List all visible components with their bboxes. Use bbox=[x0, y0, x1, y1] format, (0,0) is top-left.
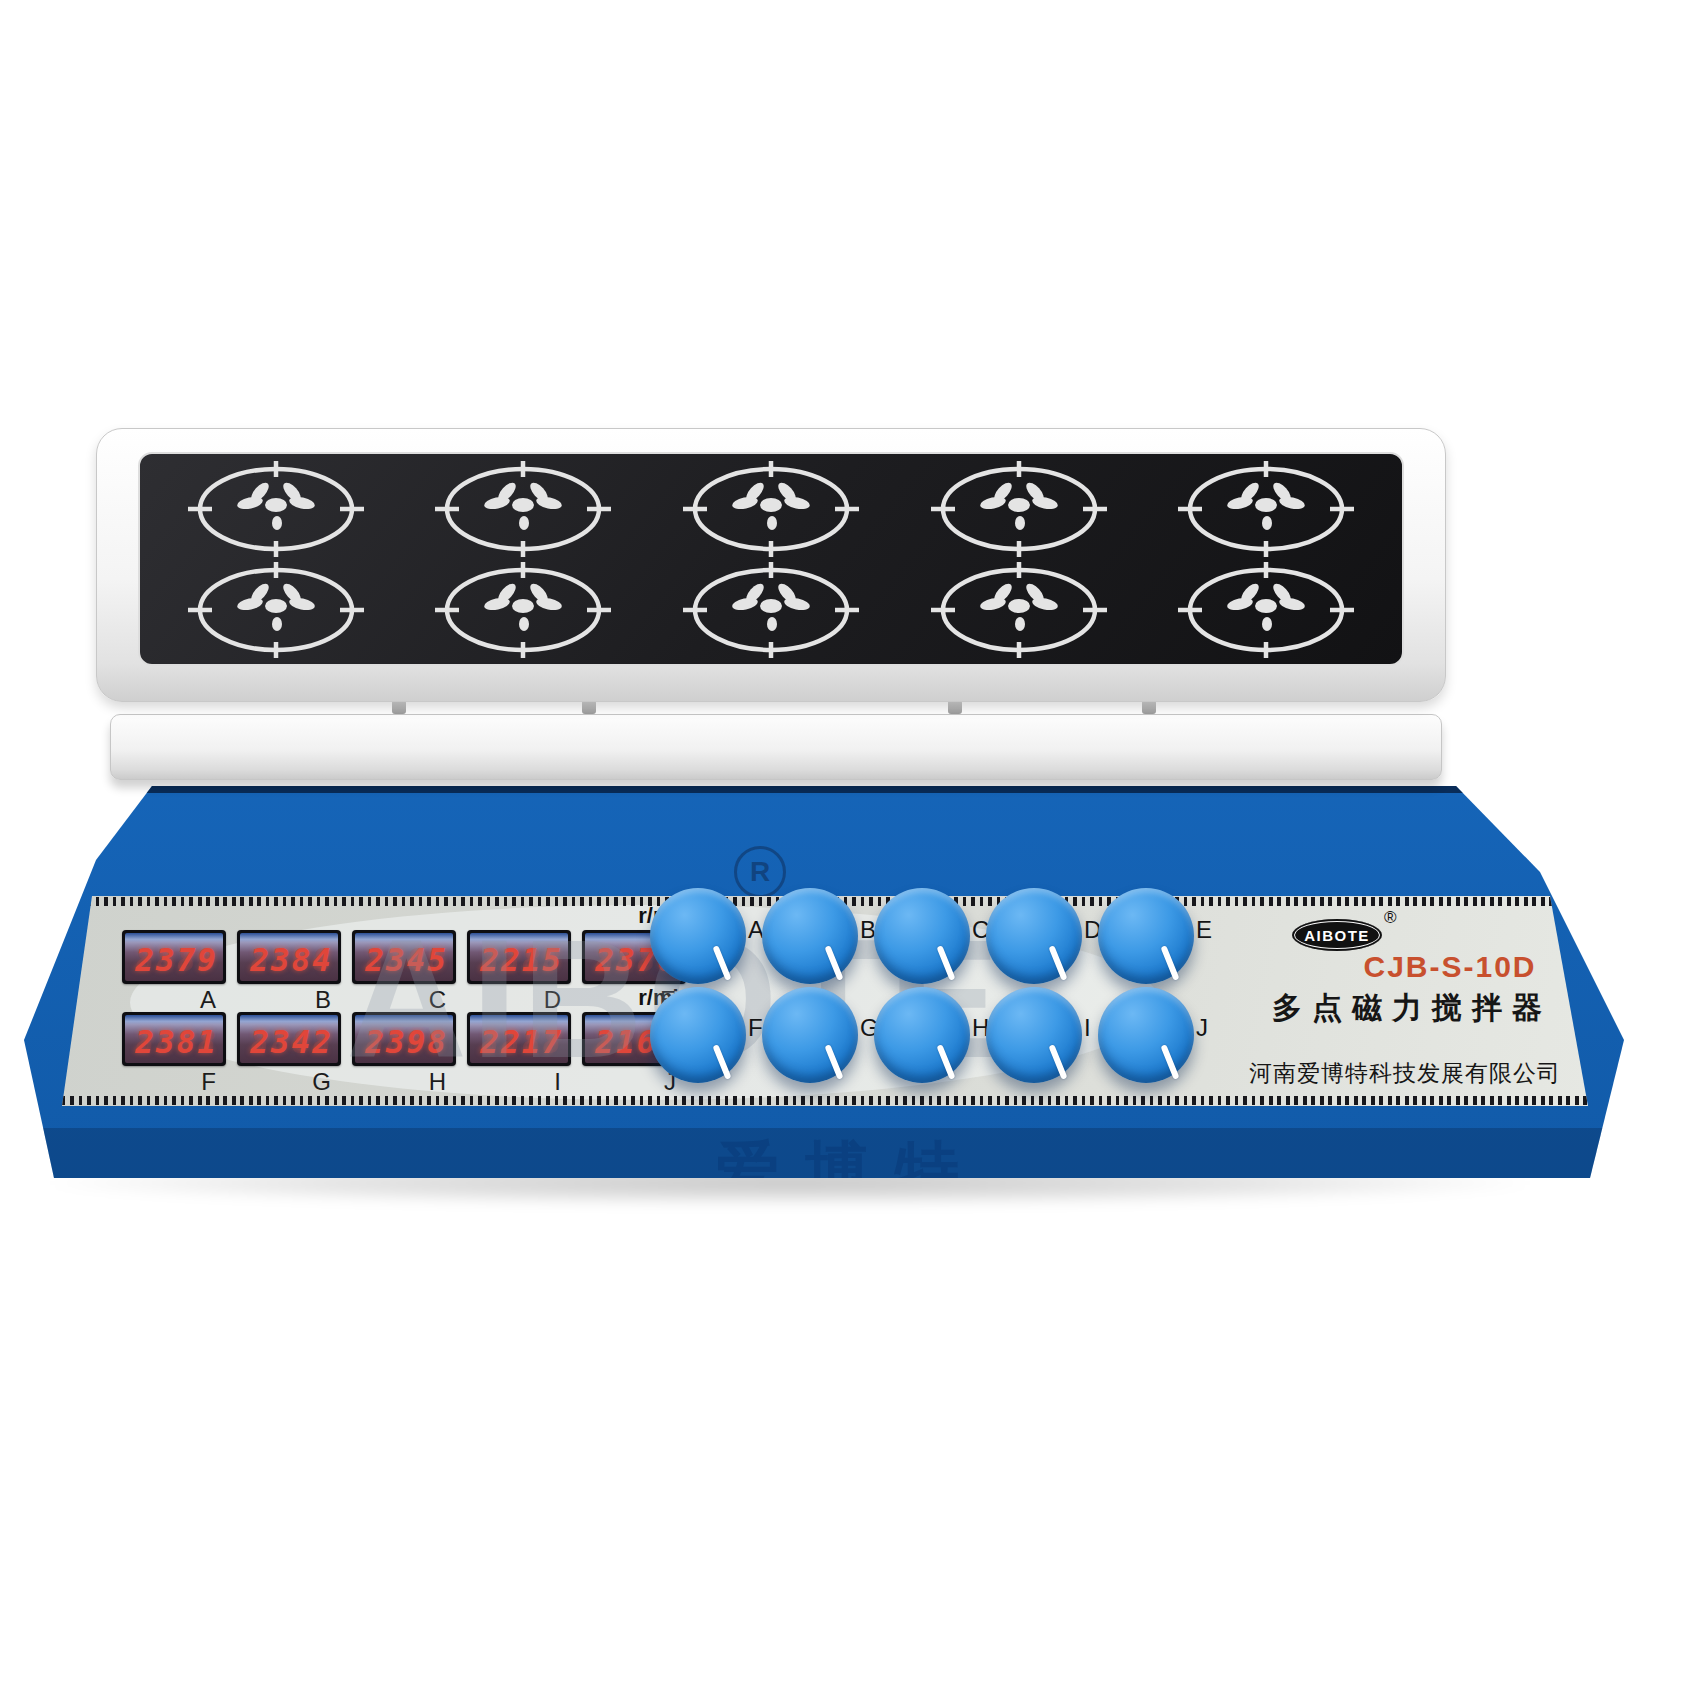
panel-bottom-border bbox=[62, 1096, 1590, 1105]
knob-cap bbox=[874, 888, 970, 984]
knob-cap bbox=[986, 987, 1082, 1083]
knob-cap bbox=[650, 888, 746, 984]
knob-cap bbox=[762, 987, 858, 1083]
knob-cap bbox=[1098, 888, 1194, 984]
speed-knob-A[interactable] bbox=[650, 888, 746, 984]
stir-position-target-icon bbox=[417, 562, 629, 658]
knob-label-I: I bbox=[1084, 1014, 1091, 1042]
model-number: CJB-S-10D bbox=[1330, 950, 1570, 984]
stir-position-target-icon bbox=[1160, 461, 1372, 557]
speed-value-A: 2379 bbox=[135, 945, 218, 976]
knob-cap bbox=[650, 987, 746, 1083]
stir-position-target-icon bbox=[913, 562, 1125, 658]
speed-knob-D[interactable] bbox=[986, 888, 1082, 984]
channel-label-H: H bbox=[352, 1068, 456, 1096]
stir-position-target-icon bbox=[170, 461, 382, 557]
body-top-edge bbox=[130, 786, 1490, 793]
plate-standoff bbox=[948, 700, 962, 714]
speed-knob-I[interactable] bbox=[986, 987, 1082, 1083]
plate-standoff bbox=[392, 700, 406, 714]
channel-label-A: A bbox=[122, 986, 226, 1014]
speed-display-D: 88882215 bbox=[467, 930, 571, 984]
speed-display-A: 88882379 bbox=[122, 930, 226, 984]
speed-knob-J[interactable] bbox=[1098, 987, 1194, 1083]
stir-position-target-icon bbox=[665, 562, 877, 658]
speed-knob-C[interactable] bbox=[874, 888, 970, 984]
speed-display-F: 88882381 bbox=[122, 1012, 226, 1066]
product-name: 多点磁力搅拌器 bbox=[1262, 988, 1562, 1029]
speed-display-B: 88882384 bbox=[237, 930, 341, 984]
speed-value-G: 2342 bbox=[250, 1027, 333, 1058]
knob-cap bbox=[762, 888, 858, 984]
speed-value-D: 2215 bbox=[480, 945, 563, 976]
magnetic-stirrer-product-photo: 爱博特 R r/min r/min 88882379 88882384 8888… bbox=[0, 0, 1698, 1698]
knob-label-F: F bbox=[748, 1014, 763, 1042]
channel-label-D: D bbox=[467, 986, 571, 1014]
plate-standoff bbox=[1142, 700, 1156, 714]
speed-value-I: 2217 bbox=[480, 1027, 563, 1058]
speed-knob-F[interactable] bbox=[650, 987, 746, 1083]
lower-plate bbox=[110, 714, 1442, 780]
speed-display-I: 88882217 bbox=[467, 1012, 571, 1066]
stir-position-target-icon bbox=[417, 461, 629, 557]
company-name: 河南爱博特科技发展有限公司 bbox=[1240, 1058, 1570, 1089]
speed-value-H: 2398 bbox=[365, 1027, 448, 1058]
speed-knob-H[interactable] bbox=[874, 987, 970, 1083]
speed-knob-E[interactable] bbox=[1098, 888, 1194, 984]
knob-cap bbox=[1098, 987, 1194, 1083]
channel-label-I: I bbox=[467, 1068, 571, 1096]
speed-knob-G[interactable] bbox=[762, 987, 858, 1083]
stir-position-target-icon bbox=[913, 461, 1125, 557]
brand-logo-text: AIBOTE bbox=[1304, 927, 1370, 944]
speed-value-B: 2384 bbox=[250, 945, 333, 976]
channel-label-B: B bbox=[237, 986, 341, 1014]
speed-display-H: 88882398 bbox=[352, 1012, 456, 1066]
knob-cap bbox=[986, 888, 1082, 984]
badge-registered-mark: ® bbox=[1384, 908, 1397, 928]
speed-knob-B[interactable] bbox=[762, 888, 858, 984]
speed-value-C: 2345 bbox=[365, 945, 448, 976]
knob-label-J: J bbox=[1196, 1014, 1208, 1042]
channel-label-C: C bbox=[352, 986, 456, 1014]
knob-cap bbox=[874, 987, 970, 1083]
channel-label-G: G bbox=[237, 1068, 341, 1096]
stir-position-target-icon bbox=[665, 461, 877, 557]
plate-standoff bbox=[582, 700, 596, 714]
speed-value-F: 2381 bbox=[135, 1027, 218, 1058]
stir-position-target-icon bbox=[170, 562, 382, 658]
ceramic-glass-worktop bbox=[138, 452, 1404, 666]
speed-display-G: 88882342 bbox=[237, 1012, 341, 1066]
channel-label-F: F bbox=[122, 1068, 226, 1096]
speed-display-C: 88882345 bbox=[352, 930, 456, 984]
stirrer-body: 爱博特 bbox=[0, 0, 1698, 1698]
knob-label-E: E bbox=[1196, 916, 1212, 944]
stir-position-target-icon bbox=[1160, 562, 1372, 658]
brand-logo-badge: AIBOTE bbox=[1292, 919, 1382, 951]
